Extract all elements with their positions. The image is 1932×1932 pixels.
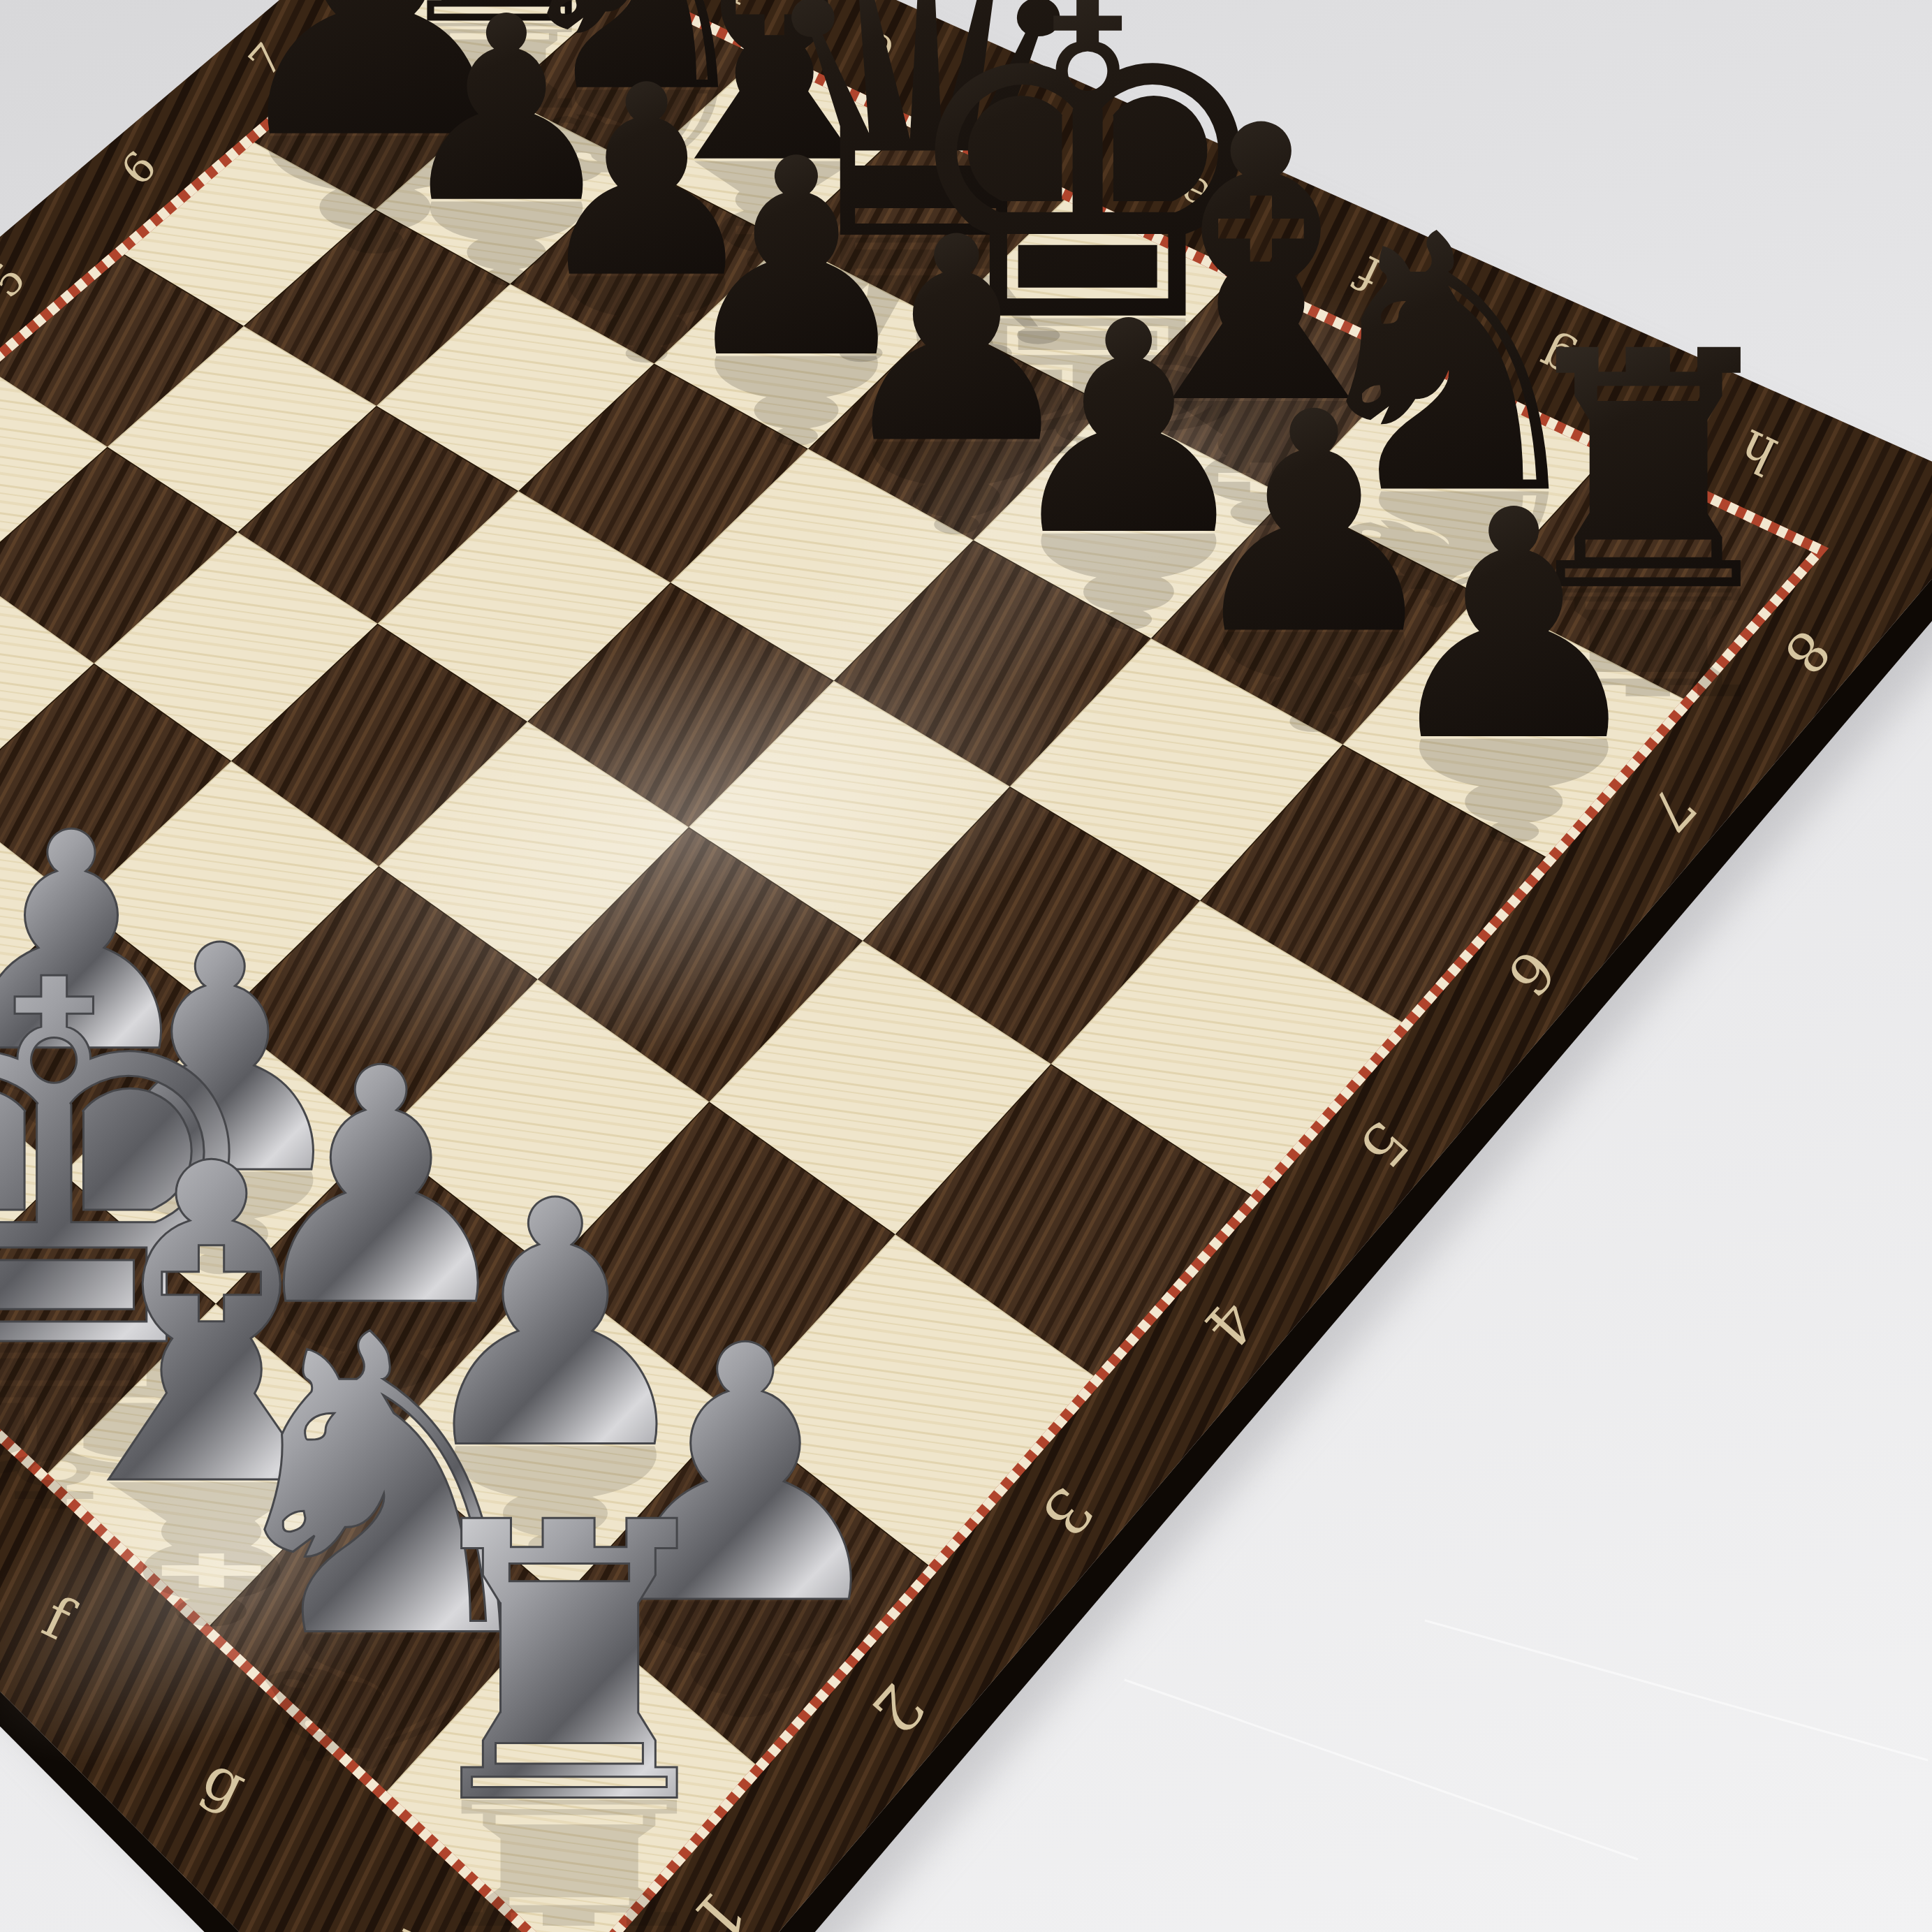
piece-black-pawn-h7[interactable]: ♟ [1373,443,1655,811]
chessboard: b c d e f g h f g h 5 6 7 8 1 2 3 4 5 6 … [0,0,1932,1932]
background-scratch-2 [1425,1620,1928,1760]
background-scratch-1 [1125,1680,1638,1859]
chessboard-photo-scene: b c d e f g h f g h 5 6 7 8 1 2 3 4 5 6 … [0,0,1932,1932]
piece-white-rook-h1[interactable]: ♜ [397,1442,740,1887]
